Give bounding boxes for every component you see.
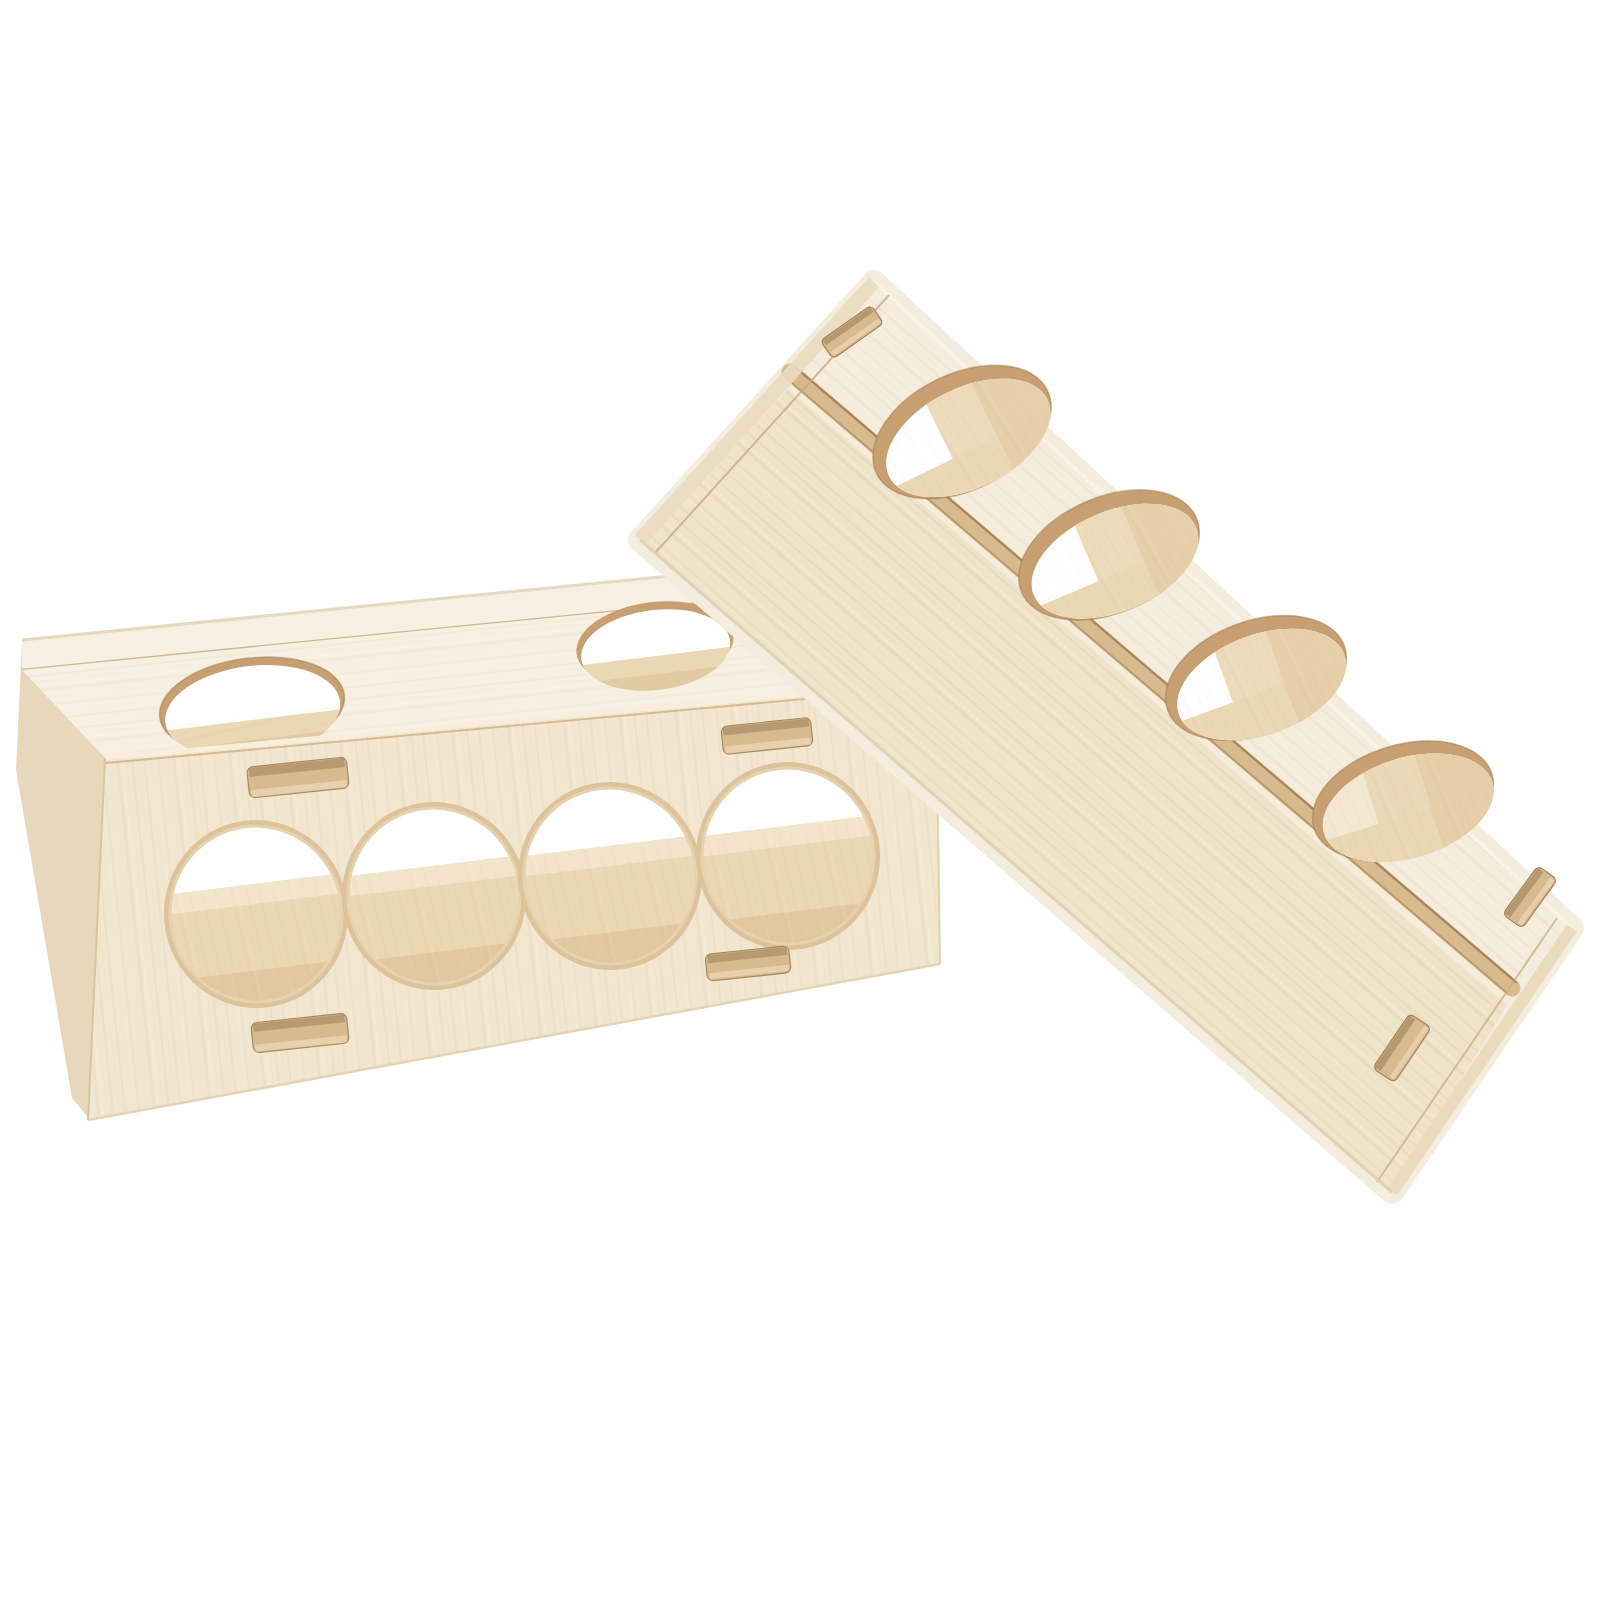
photo-figure: Two unfinished light plywood small-pet f… [0, 0, 1600, 1600]
product-photo-canvas [0, 0, 1600, 1600]
product-photo: Two unfinished light plywood small-pet f… [0, 0, 1600, 1600]
